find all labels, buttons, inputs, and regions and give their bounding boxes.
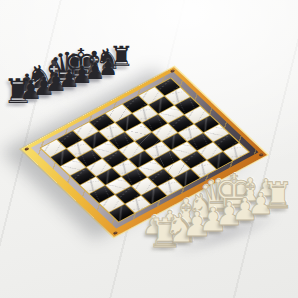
corner-screw-icon	[258, 153, 264, 157]
black-pawn[interactable]: ♟	[98, 57, 118, 79]
corner-screw-icon	[113, 231, 119, 235]
white-rook[interactable]: ♜	[262, 178, 294, 214]
chess-set-photo: ♟♞♝♛♚♝♞♜♜♟♟♟♟♟♟♟♟♟♝♞♛♚♝♟♜♞♟♟♟♟♟♜	[0, 0, 298, 298]
corner-screw-icon	[24, 147, 30, 151]
